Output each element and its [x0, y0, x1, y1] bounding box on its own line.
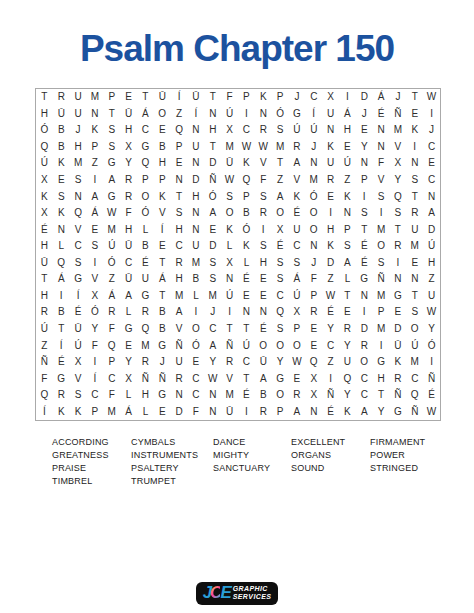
- grid-cell: H: [188, 188, 205, 205]
- grid-cell: N: [171, 387, 188, 404]
- grid-cell: M: [373, 321, 390, 338]
- grid-cell: X: [305, 387, 322, 404]
- footer: JCE GRAPHIC SERVICES: [0, 582, 474, 605]
- grid-cell: F: [221, 89, 238, 106]
- grid-cell: J: [423, 122, 440, 139]
- grid-cell: P: [87, 139, 104, 156]
- grid-cell: P: [103, 89, 120, 106]
- grid-cell: X: [120, 370, 137, 387]
- grid-cell: N: [70, 188, 87, 205]
- grid-cell: X: [36, 205, 53, 222]
- grid-cell: K: [53, 403, 70, 420]
- grid-cell: U: [70, 106, 87, 123]
- grid-cell: Ñ: [204, 172, 221, 189]
- grid-cell: R: [322, 172, 339, 189]
- grid-cell: C: [171, 238, 188, 255]
- grid-cell: K: [339, 403, 356, 420]
- grid-cell: N: [322, 122, 339, 139]
- grid-cell: X: [87, 288, 104, 305]
- grid-cell: Ú: [221, 288, 238, 305]
- grid-cell: D: [356, 321, 373, 338]
- grid-cell: M: [103, 221, 120, 238]
- grid-cell: P: [373, 304, 390, 321]
- grid-cell: Ñ: [171, 337, 188, 354]
- grid-cell: Í: [53, 337, 70, 354]
- grid-cell: M: [272, 139, 289, 156]
- grid-cell: U: [188, 238, 205, 255]
- grid-cell: R: [36, 304, 53, 321]
- word-list-item: ACCORDING: [52, 436, 131, 449]
- grid-cell: G: [154, 337, 171, 354]
- grid-cell: W: [289, 354, 306, 371]
- grid-cell: T: [406, 288, 423, 305]
- grid-cell: N: [204, 106, 221, 123]
- grid-cell: Ū: [120, 106, 137, 123]
- grid-cell: C: [356, 387, 373, 404]
- grid-cell: K: [238, 238, 255, 255]
- grid-cell: S: [221, 188, 238, 205]
- grid-cell: J: [356, 106, 373, 123]
- grid-cell: Ó: [204, 188, 221, 205]
- grid-cell: C: [188, 370, 205, 387]
- grid-cell: Ū: [53, 106, 70, 123]
- grid-cell: K: [322, 238, 339, 255]
- grid-cell: S: [373, 254, 390, 271]
- grid-cell: K: [87, 122, 104, 139]
- grid-cell: E: [339, 304, 356, 321]
- grid-cell: C: [87, 387, 104, 404]
- grid-cell: H: [339, 122, 356, 139]
- logo-jce-text: JCE: [203, 585, 230, 601]
- grid-cell: R: [255, 122, 272, 139]
- grid-cell: X: [221, 254, 238, 271]
- grid-cell: X: [390, 155, 407, 172]
- grid-cell: I: [322, 205, 339, 222]
- grid-cell: P: [272, 89, 289, 106]
- grid-cell: É: [70, 304, 87, 321]
- grid-cell: N: [255, 304, 272, 321]
- grid-cell: Ū: [154, 89, 171, 106]
- grid-cell: C: [272, 288, 289, 305]
- grid-cell: N: [406, 155, 423, 172]
- grid-cell: C: [423, 172, 440, 189]
- grid-cell: M: [188, 254, 205, 271]
- grid-cell: Ñ: [390, 387, 407, 404]
- grid-cell: Í: [171, 89, 188, 106]
- grid-cell: T: [171, 188, 188, 205]
- grid-cell: R: [221, 354, 238, 371]
- grid-cell: P: [289, 321, 306, 338]
- grid-cell: Q: [238, 172, 255, 189]
- grid-cell: C: [238, 354, 255, 371]
- logo-letter-c: C: [210, 583, 220, 602]
- grid-cell: T: [154, 254, 171, 271]
- grid-cell: Ū: [36, 254, 53, 271]
- grid-cell: G: [390, 288, 407, 305]
- grid-cell: E: [154, 238, 171, 255]
- grid-cell: B: [154, 321, 171, 338]
- grid-cell: W: [221, 172, 238, 189]
- grid-cell: T: [204, 139, 221, 156]
- grid-cell: V: [70, 221, 87, 238]
- grid-cell: P: [238, 89, 255, 106]
- word-list-item: MIGHTY: [213, 449, 291, 462]
- grid-cell: U: [171, 354, 188, 371]
- grid-cell: Á: [53, 271, 70, 288]
- grid-cell: N: [373, 122, 390, 139]
- grid-cell: W: [238, 139, 255, 156]
- grid-cell: M: [406, 238, 423, 255]
- grid-cell: G: [120, 321, 137, 338]
- grid-cell: B: [188, 271, 205, 288]
- grid-cell: F: [373, 155, 390, 172]
- grid-cell: Y: [373, 403, 390, 420]
- grid-cell: C: [305, 89, 322, 106]
- grid-cell: G: [53, 370, 70, 387]
- grid-cell: N: [305, 403, 322, 420]
- grid-cell: T: [390, 221, 407, 238]
- grid-cell: M: [373, 221, 390, 238]
- grid-cell: X: [272, 221, 289, 238]
- grid-cell: J: [70, 122, 87, 139]
- grid-cell: M: [390, 122, 407, 139]
- grid-cell: Ó: [188, 337, 205, 354]
- grid-cell: O: [154, 106, 171, 123]
- grid-cell: R: [171, 254, 188, 271]
- grid-cell: L: [120, 387, 137, 404]
- grid-cell: B: [53, 304, 70, 321]
- grid-cell: O: [305, 221, 322, 238]
- grid-cell: A: [356, 403, 373, 420]
- grid-cell: D: [204, 238, 221, 255]
- grid-cell: K: [70, 403, 87, 420]
- grid-cell: H: [120, 122, 137, 139]
- grid-cell: M: [70, 155, 87, 172]
- grid-cell: H: [36, 288, 53, 305]
- grid-cell: E: [120, 89, 137, 106]
- grid-cell: H: [171, 271, 188, 288]
- grid-cell: I: [423, 354, 440, 371]
- grid-cell: V: [87, 271, 104, 288]
- grid-cell: V: [171, 321, 188, 338]
- word-list-item: INSTRUMENTS: [131, 449, 213, 462]
- grid-cell: Ū: [390, 337, 407, 354]
- grid-cell: O: [188, 321, 205, 338]
- grid-cell: Í: [154, 221, 171, 238]
- grid-cell: V: [221, 370, 238, 387]
- grid-cell: Ū: [221, 155, 238, 172]
- grid-cell: G: [373, 354, 390, 371]
- grid-cell: P: [272, 403, 289, 420]
- grid-cell: M: [87, 89, 104, 106]
- grid-cell: É: [322, 403, 339, 420]
- grid-cell: W: [103, 205, 120, 222]
- grid-cell: S: [255, 188, 272, 205]
- word-list-item: CYMBALS: [131, 436, 213, 449]
- grid-cell: C: [322, 337, 339, 354]
- grid-cell: E: [87, 221, 104, 238]
- grid-cell: S: [171, 205, 188, 222]
- grid-cell: L: [53, 238, 70, 255]
- grid-cell: M: [103, 403, 120, 420]
- grid-cell: I: [373, 337, 390, 354]
- word-list-column: EXCELLENTORGANSSOUND: [291, 436, 370, 488]
- grid-cell: V: [390, 139, 407, 156]
- grid-cell: F: [305, 271, 322, 288]
- grid-cell: V: [70, 370, 87, 387]
- grid-cell: S: [356, 205, 373, 222]
- grid-cell: C: [289, 238, 306, 255]
- grid-cell: I: [87, 254, 104, 271]
- grid-cell: O: [289, 337, 306, 354]
- grid-cell: T: [406, 188, 423, 205]
- grid-cell: R: [53, 89, 70, 106]
- grid-cell: I: [87, 172, 104, 189]
- grid-cell: R: [120, 172, 137, 189]
- grid-cell: D: [356, 89, 373, 106]
- grid-cell: Z: [103, 271, 120, 288]
- grid-cell: J: [305, 254, 322, 271]
- grid-cell: R: [137, 304, 154, 321]
- grid-cell: C: [238, 122, 255, 139]
- grid-cell: G: [272, 370, 289, 387]
- grid-cell: R: [53, 387, 70, 404]
- word-list-item: TIMBREL: [52, 475, 131, 488]
- grid-cell: O: [373, 238, 390, 255]
- grid-cell: K: [289, 188, 306, 205]
- grid-cell: H: [322, 221, 339, 238]
- grid-cell: O: [272, 205, 289, 222]
- grid-cell: É: [373, 106, 390, 123]
- grid-cell: O: [255, 337, 272, 354]
- grid-cell: C: [423, 139, 440, 156]
- grid-cell: J: [204, 304, 221, 321]
- grid-cell: Q: [272, 304, 289, 321]
- grid-cell: I: [390, 254, 407, 271]
- grid-cell: E: [289, 370, 306, 387]
- word-list-column: ACCORDINGGREATNESSPRAISETIMBREL: [52, 436, 131, 488]
- grid-cell: I: [406, 139, 423, 156]
- grid-cell: I: [356, 188, 373, 205]
- grid-cell: I: [53, 288, 70, 305]
- grid-cell: A: [423, 205, 440, 222]
- word-list-item: ORGANS: [291, 449, 370, 462]
- grid-cell: Ú: [289, 122, 306, 139]
- grid-cell: Í: [70, 288, 87, 305]
- grid-cell: A: [289, 155, 306, 172]
- grid-cell: N: [406, 271, 423, 288]
- grid-cell: T: [154, 288, 171, 305]
- grid-cell: K: [53, 155, 70, 172]
- grid-cell: S: [70, 172, 87, 189]
- grid-cell: É: [53, 354, 70, 371]
- grid-cell: Ú: [289, 288, 306, 305]
- word-list-item: STRINGED: [370, 462, 456, 475]
- grid-cell: Ñ: [221, 337, 238, 354]
- grid-cell: F: [188, 403, 205, 420]
- grid-cell: N: [255, 106, 272, 123]
- grid-cell: V: [373, 172, 390, 189]
- page-title: Psalm Chapter 150: [0, 28, 474, 70]
- word-list-item: POWER: [370, 449, 456, 462]
- grid-cell: Q: [103, 337, 120, 354]
- grid-cell: M: [305, 172, 322, 189]
- grid-cell: Ó: [272, 106, 289, 123]
- grid-cell: W: [423, 89, 440, 106]
- grid-cell: Z: [87, 155, 104, 172]
- grid-cell: N: [204, 403, 221, 420]
- grid-cell: H: [171, 221, 188, 238]
- grid-cell: T: [238, 321, 255, 338]
- grid-cell: N: [188, 205, 205, 222]
- grid-cell: H: [204, 122, 221, 139]
- grid-cell: D: [390, 321, 407, 338]
- grid-cell: V: [289, 172, 306, 189]
- grid-cell: H: [255, 254, 272, 271]
- logo-letter-j: J: [203, 583, 210, 602]
- grid-cell: R: [289, 139, 306, 156]
- grid-cell: B: [238, 205, 255, 222]
- grid-cell: N: [356, 155, 373, 172]
- grid-cell: N: [305, 238, 322, 255]
- grid-cell: Ñ: [406, 403, 423, 420]
- grid-cell: Z: [272, 172, 289, 189]
- grid-cell: I: [238, 403, 255, 420]
- grid-cell: Ó: [305, 188, 322, 205]
- word-list-item: FIRMAMENT: [370, 436, 456, 449]
- grid-cell: G: [356, 271, 373, 288]
- grid-cell: S: [103, 139, 120, 156]
- grid-cell: N: [305, 155, 322, 172]
- grid-cell: L: [238, 254, 255, 271]
- grid-cell: X: [322, 89, 339, 106]
- grid-cell: E: [53, 172, 70, 189]
- grid-cell: R: [120, 188, 137, 205]
- grid-cell: S: [255, 238, 272, 255]
- grid-cell: M: [137, 337, 154, 354]
- word-list-item: TRUMPET: [131, 475, 213, 488]
- grid-cell: G: [390, 403, 407, 420]
- grid-cell: P: [339, 221, 356, 238]
- grid-cell: É: [137, 254, 154, 271]
- grid-cell: K: [406, 122, 423, 139]
- jce-graphic-services-logo: JCE GRAPHIC SERVICES: [196, 582, 279, 605]
- grid-cell: S: [103, 122, 120, 139]
- grid-cell: Z: [322, 354, 339, 371]
- grid-cell: Í: [305, 106, 322, 123]
- grid-cell: H: [120, 221, 137, 238]
- grid-cell: Ū: [120, 271, 137, 288]
- grid-cell: Q: [390, 188, 407, 205]
- grid-cell: S: [406, 172, 423, 189]
- grid-cell: E: [322, 188, 339, 205]
- grid-cell: L: [137, 403, 154, 420]
- grid-cell: C: [356, 370, 373, 387]
- grid-cell: M: [406, 354, 423, 371]
- grid-cell: D: [188, 172, 205, 189]
- word-list-item: SOUND: [291, 462, 370, 475]
- grid-cell: T: [238, 370, 255, 387]
- grid-cell: Ñ: [390, 106, 407, 123]
- grid-cell: W: [204, 370, 221, 387]
- grid-cell: B: [53, 139, 70, 156]
- word-list-item: DANCE: [213, 436, 291, 449]
- grid-cell: W: [423, 403, 440, 420]
- grid-cell: P: [238, 188, 255, 205]
- grid-cell: M: [373, 288, 390, 305]
- grid-cell: O: [221, 205, 238, 222]
- grid-cell: O: [406, 321, 423, 338]
- grid-cell: I: [221, 304, 238, 321]
- grid-cell: Y: [356, 139, 373, 156]
- grid-cell: I: [255, 221, 272, 238]
- grid-cell: N: [373, 139, 390, 156]
- grid-cell: F: [120, 205, 137, 222]
- grid-cell: C: [137, 122, 154, 139]
- grid-cell: S: [272, 271, 289, 288]
- grid-cell: A: [204, 337, 221, 354]
- grid-cell: P: [356, 172, 373, 189]
- grid-cell: É: [322, 304, 339, 321]
- grid-cell: L: [221, 238, 238, 255]
- word-list-item: PRAISE: [52, 462, 131, 475]
- grid-cell: K: [322, 139, 339, 156]
- grid-cell: Ñ: [36, 354, 53, 371]
- grid-cell: T: [137, 89, 154, 106]
- grid-cell: I: [356, 304, 373, 321]
- word-list-column: DANCEMIGHTYSANCTUARY: [213, 436, 291, 488]
- grid-cell: C: [406, 370, 423, 387]
- grid-cell: T: [221, 321, 238, 338]
- grid-cell: É: [238, 387, 255, 404]
- grid-cell: Ó: [423, 337, 440, 354]
- grid-cell: U: [188, 139, 205, 156]
- grid-cell: Ú: [305, 122, 322, 139]
- grid-cell: T: [103, 106, 120, 123]
- grid-cell: Ū: [70, 321, 87, 338]
- grid-cell: T: [356, 221, 373, 238]
- grid-cell: R: [390, 238, 407, 255]
- grid-cell: S: [272, 254, 289, 271]
- grid-cell: A: [339, 254, 356, 271]
- grid-cell: Q: [137, 321, 154, 338]
- grid-cell: B: [53, 122, 70, 139]
- grid-cell: Á: [154, 271, 171, 288]
- grid-cell: M: [171, 288, 188, 305]
- grid-cell: R: [305, 304, 322, 321]
- grid-cell: C: [103, 370, 120, 387]
- grid-cell: Ó: [137, 205, 154, 222]
- grid-cell: Y: [120, 354, 137, 371]
- grid-cell: Q: [36, 387, 53, 404]
- grid-cell: E: [154, 122, 171, 139]
- grid-cell: W: [423, 304, 440, 321]
- grid-cell: D: [423, 221, 440, 238]
- grid-cell: Z: [423, 271, 440, 288]
- grid-cell: S: [70, 387, 87, 404]
- grid-cell: R: [406, 205, 423, 222]
- grid-cell: L: [188, 288, 205, 305]
- grid-cell: G: [70, 271, 87, 288]
- grid-cell: Á: [289, 271, 306, 288]
- grid-cell: U: [289, 221, 306, 238]
- grid-cell: A: [255, 370, 272, 387]
- grid-cell: R: [137, 354, 154, 371]
- grid-cell: P: [137, 172, 154, 189]
- grid-cell: Y: [339, 387, 356, 404]
- grid-cell: T: [36, 89, 53, 106]
- grid-cell: C: [204, 321, 221, 338]
